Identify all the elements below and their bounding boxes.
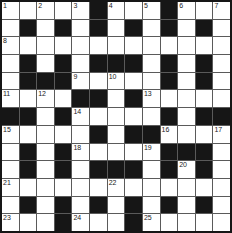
cell-r2c10[interactable] bbox=[178, 37, 195, 54]
cell-r1c6[interactable] bbox=[108, 20, 125, 37]
cell-r12c2[interactable] bbox=[37, 214, 54, 231]
black-cell-r3c5 bbox=[90, 55, 107, 72]
black-cell-r9c11 bbox=[196, 161, 213, 178]
black-cell-r8c9 bbox=[161, 144, 178, 161]
black-cell-r4c9 bbox=[161, 73, 178, 90]
cell-r0c4[interactable]: 3 bbox=[72, 2, 89, 19]
cell-r7c6[interactable] bbox=[108, 126, 125, 143]
cell-r4c10[interactable] bbox=[178, 73, 195, 90]
cell-r2c11[interactable] bbox=[196, 37, 213, 54]
black-cell-r1c1 bbox=[20, 20, 37, 37]
cell-r0c6[interactable]: 4 bbox=[108, 2, 125, 19]
clue-number-10: 10 bbox=[109, 73, 117, 81]
black-cell-r7c5 bbox=[90, 126, 107, 143]
black-cell-r1c11 bbox=[196, 20, 213, 37]
clue-number-20: 20 bbox=[179, 161, 187, 169]
cell-r12c4[interactable]: 24 bbox=[72, 214, 89, 231]
cell-r9c4[interactable] bbox=[72, 161, 89, 178]
black-cell-r1c7 bbox=[125, 20, 142, 37]
cell-r2c1[interactable] bbox=[20, 37, 37, 54]
cell-r9c12[interactable] bbox=[213, 161, 230, 178]
cell-r1c12[interactable] bbox=[213, 20, 230, 37]
cell-r12c5[interactable] bbox=[90, 214, 107, 231]
black-cell-r12c7 bbox=[125, 214, 142, 231]
cell-r11c6[interactable] bbox=[108, 197, 125, 214]
cell-r8c7[interactable] bbox=[125, 144, 142, 161]
cell-r10c4[interactable] bbox=[72, 179, 89, 196]
black-cell-r6c0 bbox=[2, 108, 19, 125]
cell-r8c12[interactable] bbox=[213, 144, 230, 161]
cell-r12c1[interactable] bbox=[20, 214, 37, 231]
cell-r4c4[interactable]: 9 bbox=[72, 73, 89, 90]
cell-r0c0[interactable]: 1 bbox=[2, 2, 19, 19]
clue-number-5: 5 bbox=[144, 2, 148, 10]
cell-r0c2[interactable]: 2 bbox=[37, 2, 54, 19]
cell-r10c2[interactable] bbox=[37, 179, 54, 196]
cell-r10c12[interactable] bbox=[213, 179, 230, 196]
clue-number-18: 18 bbox=[73, 144, 81, 152]
clue-number-15: 15 bbox=[3, 126, 11, 134]
cell-r6c10[interactable] bbox=[178, 108, 195, 125]
cell-r4c0[interactable] bbox=[2, 73, 19, 90]
cell-r10c3[interactable] bbox=[55, 179, 72, 196]
cell-r7c9[interactable]: 16 bbox=[161, 126, 178, 143]
black-cell-r8c3 bbox=[55, 144, 72, 161]
black-cell-r7c8 bbox=[143, 126, 160, 143]
black-cell-r3c1 bbox=[20, 55, 37, 72]
clue-number-17: 17 bbox=[214, 126, 222, 134]
cell-r9c10[interactable]: 20 bbox=[178, 161, 195, 178]
cell-r10c6[interactable]: 22 bbox=[108, 179, 125, 196]
black-cell-r6c3 bbox=[55, 108, 72, 125]
black-cell-r0c9 bbox=[161, 2, 178, 19]
black-cell-r1c5 bbox=[90, 20, 107, 37]
clue-number-1: 1 bbox=[3, 2, 7, 10]
cell-r5c1[interactable] bbox=[20, 90, 37, 107]
cell-r11c2[interactable] bbox=[37, 197, 54, 214]
cell-r0c12[interactable]: 7 bbox=[213, 2, 230, 19]
cell-r8c8[interactable]: 19 bbox=[143, 144, 160, 161]
cell-r2c9[interactable] bbox=[161, 37, 178, 54]
cell-r1c0[interactable] bbox=[2, 20, 19, 37]
cell-r2c2[interactable] bbox=[37, 37, 54, 54]
cell-r5c10[interactable] bbox=[178, 90, 195, 107]
cell-r8c0[interactable] bbox=[2, 144, 19, 161]
cell-r11c4[interactable] bbox=[72, 197, 89, 214]
cell-r5c8[interactable]: 13 bbox=[143, 90, 160, 107]
cell-r7c0[interactable]: 15 bbox=[2, 126, 19, 143]
crossword-page: 1234567891011121314151617181920212223242… bbox=[0, 0, 232, 233]
black-cell-r6c11 bbox=[196, 108, 213, 125]
cell-r3c4[interactable] bbox=[72, 55, 89, 72]
cell-r10c0[interactable]: 21 bbox=[2, 179, 19, 196]
cell-r1c4[interactable] bbox=[72, 20, 89, 37]
black-cell-r12c3 bbox=[55, 214, 72, 231]
clue-number-11: 11 bbox=[3, 90, 10, 98]
cell-r3c10[interactable] bbox=[178, 55, 195, 72]
cell-r3c8[interactable] bbox=[143, 55, 160, 72]
cell-r12c8[interactable]: 25 bbox=[143, 214, 160, 231]
cell-r10c5[interactable] bbox=[90, 179, 107, 196]
cell-r6c5[interactable] bbox=[90, 108, 107, 125]
cell-r6c2[interactable] bbox=[37, 108, 54, 125]
cell-r9c0[interactable] bbox=[2, 161, 19, 178]
cell-r0c1[interactable] bbox=[20, 2, 37, 19]
cell-r1c2[interactable] bbox=[37, 20, 54, 37]
black-cell-r9c6 bbox=[108, 161, 125, 178]
black-cell-r8c1 bbox=[20, 144, 37, 161]
black-cell-r3c9 bbox=[161, 55, 178, 72]
cell-r1c8[interactable] bbox=[143, 20, 160, 37]
cell-r8c5[interactable] bbox=[90, 144, 107, 161]
cell-r7c10[interactable] bbox=[178, 126, 195, 143]
black-cell-r8c11 bbox=[196, 144, 213, 161]
cell-r2c3[interactable] bbox=[55, 37, 72, 54]
cell-r12c9[interactable] bbox=[161, 214, 178, 231]
cell-r7c4[interactable] bbox=[72, 126, 89, 143]
black-cell-r4c11 bbox=[196, 73, 213, 90]
cell-r11c12[interactable] bbox=[213, 197, 230, 214]
black-cell-r6c12 bbox=[213, 108, 230, 125]
black-cell-r3c11 bbox=[196, 55, 213, 72]
black-cell-r1c3 bbox=[55, 20, 72, 37]
cell-r12c10[interactable] bbox=[178, 214, 195, 231]
black-cell-r5c5 bbox=[90, 90, 107, 107]
cell-r10c9[interactable] bbox=[161, 179, 178, 196]
clue-number-22: 22 bbox=[109, 179, 117, 187]
cell-r6c4[interactable]: 14 bbox=[72, 108, 89, 125]
clue-number-25: 25 bbox=[144, 214, 152, 222]
cell-r5c3[interactable] bbox=[55, 90, 72, 107]
cell-r2c6[interactable] bbox=[108, 37, 125, 54]
black-cell-r9c7 bbox=[125, 161, 142, 178]
clue-number-24: 24 bbox=[73, 214, 81, 222]
clue-number-21: 21 bbox=[3, 179, 11, 187]
black-cell-r11c1 bbox=[20, 197, 37, 214]
cell-r7c3[interactable] bbox=[55, 126, 72, 143]
clue-number-19: 19 bbox=[144, 144, 152, 152]
cell-r0c7[interactable] bbox=[125, 2, 142, 19]
cell-r12c11[interactable] bbox=[196, 214, 213, 231]
cell-r3c2[interactable] bbox=[37, 55, 54, 72]
cell-r7c2[interactable] bbox=[37, 126, 54, 143]
black-cell-r5c4 bbox=[72, 90, 89, 107]
clue-number-12: 12 bbox=[38, 90, 46, 98]
black-cell-r11c3 bbox=[55, 197, 72, 214]
crossword-grid: 1234567891011121314151617181920212223242… bbox=[0, 0, 232, 233]
black-cell-r3c6 bbox=[108, 55, 125, 72]
cell-r4c5[interactable] bbox=[90, 73, 107, 90]
cell-r5c11[interactable] bbox=[196, 90, 213, 107]
cell-r8c6[interactable] bbox=[108, 144, 125, 161]
cell-r4c7[interactable] bbox=[125, 73, 142, 90]
clue-number-8: 8 bbox=[3, 37, 7, 45]
cell-r2c12[interactable] bbox=[213, 37, 230, 54]
cell-r5c2[interactable]: 12 bbox=[37, 90, 54, 107]
black-cell-r9c5 bbox=[90, 161, 107, 178]
black-cell-r4c2 bbox=[37, 73, 54, 90]
cell-r0c10[interactable]: 6 bbox=[178, 2, 195, 19]
cell-r8c2[interactable] bbox=[37, 144, 54, 161]
cell-r10c7[interactable] bbox=[125, 179, 142, 196]
cell-r4c12[interactable] bbox=[213, 73, 230, 90]
cell-r5c0[interactable]: 11 bbox=[2, 90, 19, 107]
clue-number-2: 2 bbox=[38, 2, 42, 10]
cell-r10c11[interactable] bbox=[196, 179, 213, 196]
cell-r0c3[interactable] bbox=[55, 2, 72, 19]
black-cell-r5c7 bbox=[125, 90, 142, 107]
cell-r5c12[interactable] bbox=[213, 90, 230, 107]
cell-r9c2[interactable] bbox=[37, 161, 54, 178]
cell-r6c7[interactable] bbox=[125, 108, 142, 125]
cell-r12c0[interactable]: 23 bbox=[2, 214, 19, 231]
clue-number-13: 13 bbox=[144, 90, 152, 98]
cell-r0c11[interactable] bbox=[196, 2, 213, 19]
cell-r2c4[interactable] bbox=[72, 37, 89, 54]
black-cell-r11c9 bbox=[161, 197, 178, 214]
cell-r12c12[interactable] bbox=[213, 214, 230, 231]
cell-r12c6[interactable] bbox=[108, 214, 125, 231]
cell-r11c0[interactable] bbox=[2, 197, 19, 214]
black-cell-r9c1 bbox=[20, 161, 37, 178]
cell-r4c8[interactable] bbox=[143, 73, 160, 90]
cell-r10c8[interactable] bbox=[143, 179, 160, 196]
cell-r5c9[interactable] bbox=[161, 90, 178, 107]
cell-r11c8[interactable] bbox=[143, 197, 160, 214]
cell-r2c8[interactable] bbox=[143, 37, 160, 54]
clue-number-6: 6 bbox=[179, 2, 183, 10]
black-cell-r3c3 bbox=[55, 55, 72, 72]
clue-number-9: 9 bbox=[73, 73, 77, 81]
black-cell-r1c9 bbox=[161, 20, 178, 37]
cell-r11c10[interactable] bbox=[178, 197, 195, 214]
black-cell-r6c9 bbox=[161, 108, 178, 125]
cell-r3c12[interactable] bbox=[213, 55, 230, 72]
black-cell-r8c10 bbox=[178, 144, 195, 161]
cell-r10c10[interactable] bbox=[178, 179, 195, 196]
black-cell-r7c7 bbox=[125, 126, 142, 143]
cell-r6c6[interactable] bbox=[108, 108, 125, 125]
clue-number-4: 4 bbox=[109, 2, 113, 10]
black-cell-r9c3 bbox=[55, 161, 72, 178]
black-cell-r3c7 bbox=[125, 55, 142, 72]
black-cell-r9c9 bbox=[161, 161, 178, 178]
cell-r1c10[interactable] bbox=[178, 20, 195, 37]
cell-r7c12[interactable]: 17 bbox=[213, 126, 230, 143]
cell-r0c8[interactable]: 5 bbox=[143, 2, 160, 19]
cell-r7c1[interactable] bbox=[20, 126, 37, 143]
cell-r9c8[interactable] bbox=[143, 161, 160, 178]
cell-r10c1[interactable] bbox=[20, 179, 37, 196]
cell-r2c5[interactable] bbox=[90, 37, 107, 54]
clue-number-7: 7 bbox=[214, 2, 218, 10]
cell-r8c4[interactable]: 18 bbox=[72, 144, 89, 161]
cell-r7c11[interactable] bbox=[196, 126, 213, 143]
clue-number-23: 23 bbox=[3, 214, 11, 222]
cell-r5c6[interactable] bbox=[108, 90, 125, 107]
black-cell-r4c1 bbox=[20, 73, 37, 90]
cell-r6c8[interactable] bbox=[143, 108, 160, 125]
cell-r2c0[interactable]: 8 bbox=[2, 37, 19, 54]
black-cell-r11c7 bbox=[125, 197, 142, 214]
clue-number-16: 16 bbox=[162, 126, 170, 134]
cell-r3c0[interactable] bbox=[2, 55, 19, 72]
black-cell-r11c5 bbox=[90, 197, 107, 214]
black-cell-r6c1 bbox=[20, 108, 37, 125]
black-cell-r11c11 bbox=[196, 197, 213, 214]
clue-number-3: 3 bbox=[73, 2, 77, 10]
cell-r4c6[interactable]: 10 bbox=[108, 73, 125, 90]
clue-number-14: 14 bbox=[73, 108, 81, 116]
cell-r2c7[interactable] bbox=[125, 37, 142, 54]
black-cell-r0c5 bbox=[90, 2, 107, 19]
black-cell-r4c3 bbox=[55, 73, 72, 90]
